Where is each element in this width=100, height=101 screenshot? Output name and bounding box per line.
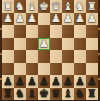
black-rook[interactable]: ♜ <box>87 88 97 99</box>
square-g2[interactable]: ♟ <box>14 13 26 26</box>
white-pawn[interactable]: ♟ <box>87 13 97 24</box>
square-e4[interactable]: ♟ <box>38 38 50 51</box>
black-pawn[interactable]: ♟ <box>3 75 13 86</box>
square-b7[interactable]: ♟ <box>74 75 86 88</box>
square-c7[interactable]: ♟ <box>62 75 74 88</box>
black-king[interactable]: ♚ <box>39 88 49 99</box>
right-rail-dot <box>98 28 100 30</box>
square-d2[interactable]: ♟ <box>50 13 62 26</box>
white-king[interactable]: ♚ <box>39 0 49 11</box>
white-pawn[interactable]: ♟ <box>63 13 73 24</box>
black-pawn[interactable]: ♟ <box>15 75 25 86</box>
right-rail <box>98 0 100 100</box>
square-g6[interactable] <box>14 63 26 76</box>
square-a1[interactable]: ♜ <box>86 0 98 13</box>
square-b5[interactable] <box>74 50 86 63</box>
square-a7[interactable]: ♟ <box>86 75 98 88</box>
square-a2[interactable]: ♟ <box>86 13 98 26</box>
square-h6[interactable] <box>2 63 14 76</box>
black-pawn[interactable]: ♟ <box>27 75 37 86</box>
white-pawn[interactable]: ♟ <box>3 13 13 24</box>
white-knight[interactable]: ♞ <box>75 0 85 11</box>
square-b8[interactable]: ♞ <box>74 88 86 101</box>
square-g5[interactable] <box>14 50 26 63</box>
square-e5[interactable] <box>38 50 50 63</box>
white-pawn[interactable]: ♟ <box>51 13 61 24</box>
square-e8[interactable]: ♚ <box>38 88 50 101</box>
left-rail-dot <box>0 28 2 30</box>
black-pawn[interactable]: ♟ <box>87 75 97 86</box>
square-d5[interactable] <box>50 50 62 63</box>
square-b2[interactable]: ♟ <box>74 13 86 26</box>
square-e6[interactable] <box>38 63 50 76</box>
black-pawn[interactable]: ♟ <box>63 75 73 86</box>
square-a4[interactable] <box>86 38 98 51</box>
square-c2[interactable]: ♟ <box>62 13 74 26</box>
square-a3[interactable] <box>86 25 98 38</box>
square-g1[interactable]: ♞ <box>14 0 26 13</box>
white-rook[interactable]: ♜ <box>3 0 13 11</box>
square-c1[interactable]: ♝ <box>62 0 74 13</box>
square-h4[interactable] <box>2 38 14 51</box>
square-g3[interactable] <box>14 25 26 38</box>
square-f5[interactable] <box>26 50 38 63</box>
square-g8[interactable]: ♞ <box>14 88 26 101</box>
left-rail-dot <box>0 78 2 80</box>
square-f4[interactable] <box>26 38 38 51</box>
square-d1[interactable]: ♛ <box>50 0 62 13</box>
white-bishop[interactable]: ♝ <box>63 0 73 11</box>
square-a5[interactable] <box>86 50 98 63</box>
black-pawn[interactable]: ♟ <box>75 75 85 86</box>
square-h2[interactable]: ♟ <box>2 13 14 26</box>
square-d6[interactable] <box>50 63 62 76</box>
white-queen[interactable]: ♛ <box>51 0 61 11</box>
square-b1[interactable]: ♞ <box>74 0 86 13</box>
square-h1[interactable]: ♜ <box>2 0 14 13</box>
square-e7[interactable]: ♟ <box>38 75 50 88</box>
square-f8[interactable]: ♝ <box>26 88 38 101</box>
square-h5[interactable] <box>2 50 14 63</box>
white-pawn[interactable]: ♟ <box>15 13 25 24</box>
square-b3[interactable] <box>74 25 86 38</box>
white-rook[interactable]: ♜ <box>87 0 97 11</box>
square-b6[interactable] <box>74 63 86 76</box>
square-c8[interactable]: ♝ <box>62 88 74 101</box>
square-a8[interactable]: ♜ <box>86 88 98 101</box>
black-pawn[interactable]: ♟ <box>51 75 61 86</box>
black-pawn[interactable]: ♟ <box>39 75 49 86</box>
black-bishop[interactable]: ♝ <box>63 88 73 99</box>
right-rail-dot <box>98 53 100 55</box>
square-d3[interactable] <box>50 25 62 38</box>
square-d7[interactable]: ♟ <box>50 75 62 88</box>
square-f1[interactable]: ♝ <box>26 0 38 13</box>
square-g4[interactable] <box>14 38 26 51</box>
white-knight[interactable]: ♞ <box>15 0 25 11</box>
square-h3[interactable] <box>2 25 14 38</box>
square-c6[interactable] <box>62 63 74 76</box>
square-h7[interactable]: ♟ <box>2 75 14 88</box>
black-bishop[interactable]: ♝ <box>27 88 37 99</box>
square-f7[interactable]: ♟ <box>26 75 38 88</box>
left-rail-dot <box>0 53 2 55</box>
square-f3[interactable] <box>26 25 38 38</box>
white-pawn[interactable]: ♟ <box>27 13 37 24</box>
chess-app-window: ♜♞♝♚♛♝♞♜♟♟♟♟♟♟♟♟♟♟♟♟♟♟♟♟♜♞♝♚♛♝♞♜ <box>0 0 100 100</box>
square-g7[interactable]: ♟ <box>14 75 26 88</box>
square-c4[interactable] <box>62 38 74 51</box>
right-rail-dot <box>98 78 100 80</box>
square-c3[interactable] <box>62 25 74 38</box>
white-bishop[interactable]: ♝ <box>27 0 37 11</box>
black-rook[interactable]: ♜ <box>3 88 13 99</box>
black-queen[interactable]: ♛ <box>51 88 61 99</box>
square-d8[interactable]: ♛ <box>50 88 62 101</box>
black-knight[interactable]: ♞ <box>75 88 85 99</box>
square-e2[interactable] <box>38 13 50 26</box>
square-c5[interactable] <box>62 50 74 63</box>
white-pawn[interactable]: ♟ <box>75 13 85 24</box>
square-b4[interactable] <box>74 38 86 51</box>
square-f2[interactable]: ♟ <box>26 13 38 26</box>
square-e1[interactable]: ♚ <box>38 0 50 13</box>
square-d4[interactable] <box>50 38 62 51</box>
black-knight[interactable]: ♞ <box>15 88 25 99</box>
square-a6[interactable] <box>86 63 98 76</box>
square-h8[interactable]: ♜ <box>2 88 14 101</box>
board[interactable]: ♜♞♝♚♛♝♞♜♟♟♟♟♟♟♟♟♟♟♟♟♟♟♟♟♜♞♝♚♛♝♞♜ <box>2 0 98 100</box>
white-pawn[interactable]: ♟ <box>39 38 49 49</box>
left-rail <box>0 0 2 100</box>
square-f6[interactable] <box>26 63 38 76</box>
square-e3[interactable] <box>38 25 50 38</box>
